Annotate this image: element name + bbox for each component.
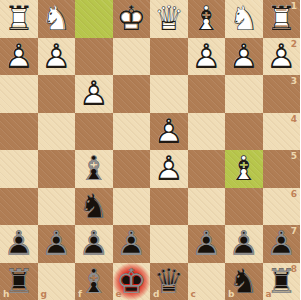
white-knight[interactable]: ♞♘ (225, 0, 263, 38)
square-c6[interactable] (188, 188, 226, 226)
square-e4[interactable] (113, 113, 151, 151)
white-knight[interactable]: ♞♘ (38, 0, 76, 38)
square-g6[interactable] (38, 188, 76, 226)
square-e3[interactable] (113, 75, 151, 113)
square-d1[interactable]: ♛♕ (150, 0, 188, 38)
square-d6[interactable] (150, 188, 188, 226)
square-a4[interactable]: 4 (263, 113, 301, 151)
white-pawn[interactable]: ♟♙ (263, 38, 301, 76)
black-rook[interactable]: ♜♖ (0, 263, 38, 300)
black-king[interactable]: ♚♔ (113, 263, 151, 300)
square-h4[interactable] (0, 113, 38, 151)
square-d5[interactable]: ♟♙ (150, 150, 188, 188)
white-pawn[interactable]: ♟♙ (75, 75, 113, 113)
square-b8[interactable]: ♞♘b (225, 263, 263, 300)
square-c5[interactable] (188, 150, 226, 188)
white-pawn[interactable]: ♟♙ (38, 38, 76, 76)
square-f4[interactable] (75, 113, 113, 151)
square-e5[interactable] (113, 150, 151, 188)
square-h6[interactable] (0, 188, 38, 226)
square-h3[interactable] (0, 75, 38, 113)
square-g3[interactable] (38, 75, 76, 113)
square-b3[interactable] (225, 75, 263, 113)
square-c4[interactable] (188, 113, 226, 151)
white-rook[interactable]: ♜♖ (0, 0, 38, 38)
square-c1[interactable]: ♝♗ (188, 0, 226, 38)
square-f5[interactable]: ♝♗ (75, 150, 113, 188)
rank-label-5: 5 (291, 151, 297, 161)
square-g4[interactable] (38, 113, 76, 151)
black-rook[interactable]: ♜♖ (263, 263, 301, 300)
square-b6[interactable] (225, 188, 263, 226)
square-b7[interactable]: ♟♙ (225, 225, 263, 263)
black-pawn[interactable]: ♟♙ (0, 225, 38, 263)
square-c7[interactable]: ♟♙ (188, 225, 226, 263)
square-e1[interactable]: ♚♔ (113, 0, 151, 38)
square-f3[interactable]: ♟♙ (75, 75, 113, 113)
square-a1[interactable]: ♜♖1 (263, 0, 301, 38)
black-bishop[interactable]: ♝♗ (75, 150, 113, 188)
black-pawn[interactable]: ♟♙ (75, 225, 113, 263)
square-e8[interactable]: ♚♔e (113, 263, 151, 300)
square-d3[interactable] (150, 75, 188, 113)
chess-board: ♜♖♞♘♚♔♛♕♝♗♞♘♜♖1♟♙♟♙♟♙♟♙♟♙2♟♙3♟♙4♝♗♟♙♝♗5♞… (0, 0, 300, 300)
square-c3[interactable] (188, 75, 226, 113)
square-b2[interactable]: ♟♙ (225, 38, 263, 76)
white-pawn[interactable]: ♟♙ (225, 38, 263, 76)
square-a6[interactable]: 6 (263, 188, 301, 226)
black-knight[interactable]: ♞♘ (225, 263, 263, 300)
white-pawn[interactable]: ♟♙ (0, 38, 38, 76)
white-bishop[interactable]: ♝♗ (188, 0, 226, 38)
square-d4[interactable]: ♟♙ (150, 113, 188, 151)
black-pawn[interactable]: ♟♙ (38, 225, 76, 263)
black-knight[interactable]: ♞♘ (75, 188, 113, 226)
rank-label-4: 4 (291, 114, 297, 124)
square-f7[interactable]: ♟♙ (75, 225, 113, 263)
square-g7[interactable]: ♟♙ (38, 225, 76, 263)
square-h5[interactable] (0, 150, 38, 188)
black-bishop[interactable]: ♝♗ (75, 263, 113, 300)
rank-label-6: 6 (291, 189, 297, 199)
white-pawn[interactable]: ♟♙ (150, 113, 188, 151)
square-g8[interactable]: g (38, 263, 76, 300)
rank-label-3: 3 (291, 76, 297, 86)
square-f2[interactable] (75, 38, 113, 76)
white-king[interactable]: ♚♔ (113, 0, 151, 38)
black-pawn[interactable]: ♟♙ (263, 225, 301, 263)
black-pawn[interactable]: ♟♙ (113, 225, 151, 263)
square-c2[interactable]: ♟♙ (188, 38, 226, 76)
square-e2[interactable] (113, 38, 151, 76)
square-d8[interactable]: ♛♕d (150, 263, 188, 300)
white-bishop[interactable]: ♝♗ (225, 150, 263, 188)
square-h2[interactable]: ♟♙ (0, 38, 38, 76)
square-a3[interactable]: 3 (263, 75, 301, 113)
black-pawn[interactable]: ♟♙ (188, 225, 226, 263)
white-rook[interactable]: ♜♖ (263, 0, 301, 38)
square-h7[interactable]: ♟♙ (0, 225, 38, 263)
square-d7[interactable] (150, 225, 188, 263)
square-g1[interactable]: ♞♘ (38, 0, 76, 38)
white-pawn[interactable]: ♟♙ (150, 150, 188, 188)
square-d2[interactable] (150, 38, 188, 76)
white-queen[interactable]: ♛♕ (150, 0, 188, 38)
square-g5[interactable] (38, 150, 76, 188)
square-f6[interactable]: ♞♘ (75, 188, 113, 226)
black-pawn[interactable]: ♟♙ (225, 225, 263, 263)
square-b4[interactable] (225, 113, 263, 151)
square-g2[interactable]: ♟♙ (38, 38, 76, 76)
square-a5[interactable]: 5 (263, 150, 301, 188)
file-label-g: g (41, 289, 47, 299)
square-f1[interactable] (75, 0, 113, 38)
square-b1[interactable]: ♞♘ (225, 0, 263, 38)
square-e7[interactable]: ♟♙ (113, 225, 151, 263)
square-c8[interactable]: c (188, 263, 226, 300)
square-f8[interactable]: ♝♗f (75, 263, 113, 300)
square-h8[interactable]: ♜♖h (0, 263, 38, 300)
black-queen[interactable]: ♛♕ (150, 263, 188, 300)
square-a7[interactable]: ♟♙7 (263, 225, 301, 263)
file-label-c: c (191, 289, 196, 299)
square-a8[interactable]: ♜♖8a (263, 263, 301, 300)
square-e6[interactable] (113, 188, 151, 226)
white-pawn[interactable]: ♟♙ (188, 38, 226, 76)
square-b5[interactable]: ♝♗ (225, 150, 263, 188)
square-h1[interactable]: ♜♖ (0, 0, 38, 38)
square-a2[interactable]: ♟♙2 (263, 38, 301, 76)
